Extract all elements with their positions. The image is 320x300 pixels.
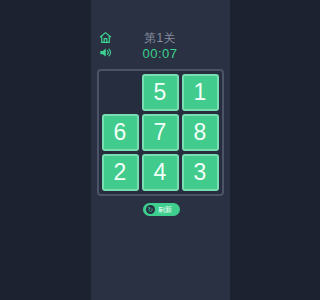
- tile-2[interactable]: 2: [102, 154, 139, 191]
- refresh-button-label: 刷新: [158, 203, 172, 216]
- tile-6[interactable]: 6: [102, 114, 139, 151]
- game-screen: 第1关 00:07 51678243 ↻ 刷新: [91, 0, 230, 300]
- home-button[interactable]: [99, 31, 112, 44]
- board: 51678243: [97, 69, 224, 196]
- tile-4[interactable]: 4: [142, 154, 179, 191]
- tile-5[interactable]: 5: [142, 74, 179, 111]
- refresh-icon: ↻: [146, 205, 155, 214]
- tile-7[interactable]: 7: [142, 114, 179, 151]
- refresh-button[interactable]: ↻ 刷新: [143, 203, 180, 216]
- empty-cell: [102, 74, 139, 111]
- tile-3[interactable]: 3: [182, 154, 219, 191]
- tile-8[interactable]: 8: [182, 114, 219, 151]
- tile-1[interactable]: 1: [182, 74, 219, 111]
- home-icon: [99, 31, 112, 44]
- sound-button[interactable]: [99, 46, 112, 59]
- sound-on-icon: [99, 46, 112, 59]
- header-icons: [99, 31, 112, 59]
